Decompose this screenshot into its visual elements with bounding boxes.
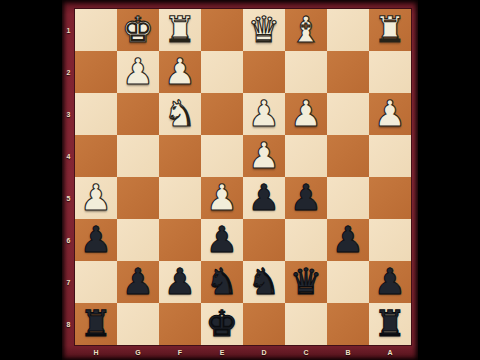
square-f2[interactable]: ♟ xyxy=(159,51,201,93)
piece-black-pawn: ♟ xyxy=(285,177,327,219)
piece-white-rook: ♜ xyxy=(159,9,201,51)
piece-white-bishop: ♝ xyxy=(285,9,327,51)
square-f7[interactable]: ♟ xyxy=(159,261,201,303)
file-label-b: B xyxy=(327,345,369,360)
square-g8[interactable] xyxy=(117,303,159,345)
square-e7[interactable]: ♞ xyxy=(201,261,243,303)
square-e1[interactable] xyxy=(201,9,243,51)
square-f5[interactable] xyxy=(159,177,201,219)
square-c8[interactable] xyxy=(285,303,327,345)
square-b5[interactable] xyxy=(327,177,369,219)
square-c2[interactable] xyxy=(285,51,327,93)
square-h4[interactable] xyxy=(75,135,117,177)
square-d7[interactable]: ♞ xyxy=(243,261,285,303)
rank-label-3: 3 xyxy=(62,93,75,135)
rank-labels: 12345678 xyxy=(62,0,75,360)
piece-black-rook: ♜ xyxy=(75,303,117,345)
square-h2[interactable] xyxy=(75,51,117,93)
square-e6[interactable]: ♟ xyxy=(201,219,243,261)
piece-white-king: ♚ xyxy=(117,9,159,51)
square-g5[interactable] xyxy=(117,177,159,219)
square-c5[interactable]: ♟ xyxy=(285,177,327,219)
square-d2[interactable] xyxy=(243,51,285,93)
letterbox-right xyxy=(418,0,480,360)
square-c1[interactable]: ♝ xyxy=(285,9,327,51)
square-f6[interactable] xyxy=(159,219,201,261)
square-a6[interactable] xyxy=(369,219,411,261)
square-f1[interactable]: ♜ xyxy=(159,9,201,51)
square-a1[interactable]: ♜ xyxy=(369,9,411,51)
square-d8[interactable] xyxy=(243,303,285,345)
piece-white-pawn: ♟ xyxy=(285,93,327,135)
piece-black-pawn: ♟ xyxy=(369,261,411,303)
square-f4[interactable] xyxy=(159,135,201,177)
piece-black-rook: ♜ xyxy=(369,303,411,345)
file-label-c: C xyxy=(285,345,327,360)
square-b2[interactable] xyxy=(327,51,369,93)
piece-white-pawn: ♟ xyxy=(117,51,159,93)
square-a4[interactable] xyxy=(369,135,411,177)
file-label-d: D xyxy=(243,345,285,360)
piece-black-pawn: ♟ xyxy=(117,261,159,303)
piece-black-knight: ♞ xyxy=(243,261,285,303)
file-labels: HGFEDCBA xyxy=(75,345,411,360)
square-h6[interactable]: ♟ xyxy=(75,219,117,261)
square-d3[interactable]: ♟ xyxy=(243,93,285,135)
square-c6[interactable] xyxy=(285,219,327,261)
square-f8[interactable] xyxy=(159,303,201,345)
piece-black-pawn: ♟ xyxy=(327,219,369,261)
square-a5[interactable] xyxy=(369,177,411,219)
piece-white-knight: ♞ xyxy=(159,93,201,135)
file-label-a: A xyxy=(369,345,411,360)
square-a2[interactable] xyxy=(369,51,411,93)
square-b7[interactable] xyxy=(327,261,369,303)
rank-label-7: 7 xyxy=(62,261,75,303)
piece-white-pawn: ♟ xyxy=(75,177,117,219)
piece-white-pawn: ♟ xyxy=(159,51,201,93)
square-f3[interactable]: ♞ xyxy=(159,93,201,135)
square-d6[interactable] xyxy=(243,219,285,261)
file-label-g: G xyxy=(117,345,159,360)
square-g7[interactable]: ♟ xyxy=(117,261,159,303)
piece-black-pawn: ♟ xyxy=(75,219,117,261)
piece-white-pawn: ♟ xyxy=(243,93,285,135)
rank-label-6: 6 xyxy=(62,219,75,261)
rank-label-2: 2 xyxy=(62,51,75,93)
board-frame: 12345678 ♚♜♛♝♜♟♟♞♟♟♟♟♟♟♟♟♟♟♟♟♟♞♞♛♟♜♚♜ HG… xyxy=(62,0,418,360)
square-g2[interactable]: ♟ xyxy=(117,51,159,93)
square-d5[interactable]: ♟ xyxy=(243,177,285,219)
square-e8[interactable]: ♚ xyxy=(201,303,243,345)
file-label-e: E xyxy=(201,345,243,360)
square-g6[interactable] xyxy=(117,219,159,261)
square-g1[interactable]: ♚ xyxy=(117,9,159,51)
square-e4[interactable] xyxy=(201,135,243,177)
square-g3[interactable] xyxy=(117,93,159,135)
piece-black-pawn: ♟ xyxy=(201,219,243,261)
square-h3[interactable] xyxy=(75,93,117,135)
letterbox-left xyxy=(0,0,62,360)
square-c7[interactable]: ♛ xyxy=(285,261,327,303)
piece-black-queen: ♛ xyxy=(285,261,327,303)
piece-white-rook: ♜ xyxy=(369,9,411,51)
piece-black-knight: ♞ xyxy=(201,261,243,303)
square-e5[interactable]: ♟ xyxy=(201,177,243,219)
piece-white-pawn: ♟ xyxy=(369,93,411,135)
square-c3[interactable]: ♟ xyxy=(285,93,327,135)
piece-black-pawn: ♟ xyxy=(159,261,201,303)
piece-black-pawn: ♟ xyxy=(243,177,285,219)
video-stage: 12345678 ♚♜♛♝♜♟♟♞♟♟♟♟♟♟♟♟♟♟♟♟♟♞♞♛♟♜♚♜ HG… xyxy=(0,0,480,360)
rank-label-5: 5 xyxy=(62,177,75,219)
square-h1[interactable] xyxy=(75,9,117,51)
square-b4[interactable] xyxy=(327,135,369,177)
piece-white-queen: ♛ xyxy=(243,9,285,51)
square-g4[interactable] xyxy=(117,135,159,177)
file-label-f: F xyxy=(159,345,201,360)
square-e3[interactable] xyxy=(201,93,243,135)
square-d1[interactable]: ♛ xyxy=(243,9,285,51)
rank-label-8: 8 xyxy=(62,303,75,345)
square-b8[interactable] xyxy=(327,303,369,345)
square-b1[interactable] xyxy=(327,9,369,51)
square-b6[interactable]: ♟ xyxy=(327,219,369,261)
square-c4[interactable] xyxy=(285,135,327,177)
square-a8[interactable]: ♜ xyxy=(369,303,411,345)
square-h7[interactable] xyxy=(75,261,117,303)
piece-white-pawn: ♟ xyxy=(243,135,285,177)
square-h8[interactable]: ♜ xyxy=(75,303,117,345)
file-label-h: H xyxy=(75,345,117,360)
square-h5[interactable]: ♟ xyxy=(75,177,117,219)
piece-black-king: ♚ xyxy=(201,303,243,345)
rank-label-1: 1 xyxy=(62,9,75,51)
chess-board: ♚♜♛♝♜♟♟♞♟♟♟♟♟♟♟♟♟♟♟♟♟♞♞♛♟♜♚♜ xyxy=(75,9,411,345)
rank-label-4: 4 xyxy=(62,135,75,177)
square-e2[interactable] xyxy=(201,51,243,93)
square-b3[interactable] xyxy=(327,93,369,135)
piece-white-pawn: ♟ xyxy=(201,177,243,219)
square-a3[interactable]: ♟ xyxy=(369,93,411,135)
square-d4[interactable]: ♟ xyxy=(243,135,285,177)
square-a7[interactable]: ♟ xyxy=(369,261,411,303)
